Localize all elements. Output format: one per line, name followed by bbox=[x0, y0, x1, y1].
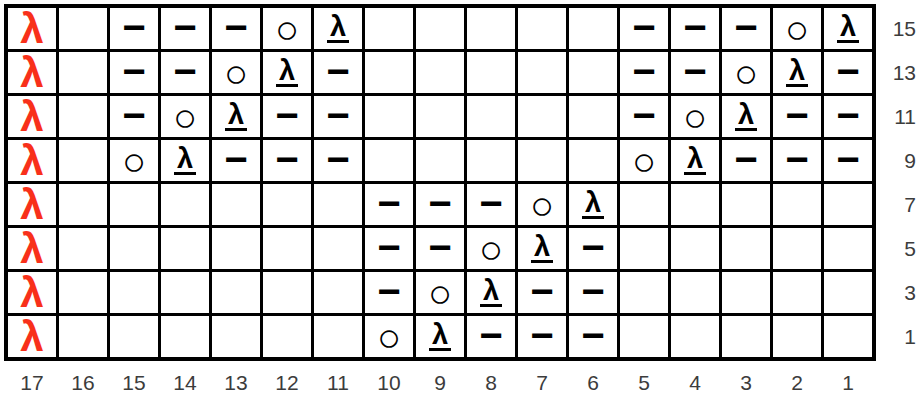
circle-icon: ○ bbox=[428, 273, 452, 313]
cell-row5-col1 bbox=[824, 228, 872, 269]
cell-row1-col14 bbox=[161, 316, 209, 357]
cell-row1-col9: λ bbox=[416, 316, 464, 357]
dash-icon: − bbox=[836, 140, 859, 179]
cell-row1-col12 bbox=[263, 316, 311, 357]
cell-row7-col4 bbox=[671, 184, 719, 225]
dash-icon: − bbox=[275, 96, 298, 135]
cell-row3-col1 bbox=[824, 272, 872, 313]
cell-row15-col12: ○ bbox=[263, 8, 311, 49]
cell-row11-col7 bbox=[518, 96, 566, 137]
cell-row5-col16 bbox=[59, 228, 107, 269]
dash-icon: − bbox=[326, 96, 349, 135]
cell-row9-col11: − bbox=[314, 140, 362, 181]
cell-row13-col2: λ bbox=[773, 52, 821, 93]
column-number-13: 13 bbox=[212, 364, 260, 402]
cell-row7-col8: − bbox=[467, 184, 515, 225]
cell-row7-col14 bbox=[161, 184, 209, 225]
cell-row11-col1: − bbox=[824, 96, 872, 137]
cell-row15-col16 bbox=[59, 8, 107, 49]
cell-row1-col8: − bbox=[467, 316, 515, 357]
underlined-lambda-icon: λ bbox=[735, 102, 757, 131]
cell-row5-col14 bbox=[161, 228, 209, 269]
cell-row9-col1: − bbox=[824, 140, 872, 181]
cell-row1-col7: − bbox=[518, 316, 566, 357]
dash-icon: − bbox=[377, 272, 400, 311]
cell-row13-col14: − bbox=[161, 52, 209, 93]
row-numbers: 15131197531 bbox=[882, 8, 916, 357]
cell-row13-col5: − bbox=[620, 52, 668, 93]
dash-icon: − bbox=[275, 140, 298, 179]
cell-row9-col10 bbox=[365, 140, 413, 181]
dash-icon: − bbox=[530, 272, 553, 311]
circle-icon: ○ bbox=[173, 97, 197, 137]
knitting-chart: λ−−−○λ−−−○λλ−−○λ−−−○λ−λ−○λ−−−○λ−−λ○λ−−−○… bbox=[0, 0, 924, 408]
column-number-17: 17 bbox=[8, 364, 56, 402]
cell-row9-col6 bbox=[569, 140, 617, 181]
cell-row1-col3 bbox=[722, 316, 770, 357]
cell-row3-col11 bbox=[314, 272, 362, 313]
column-number-7: 7 bbox=[518, 364, 566, 402]
cell-row9-col9 bbox=[416, 140, 464, 181]
dash-icon: − bbox=[836, 96, 859, 135]
circle-icon: ○ bbox=[530, 185, 554, 225]
cell-row9-col14: λ bbox=[161, 140, 209, 181]
red-lambda-icon: λ bbox=[20, 54, 43, 92]
cell-row13-col9 bbox=[416, 52, 464, 93]
cell-row1-col10: ○ bbox=[365, 316, 413, 357]
cell-row7-col3 bbox=[722, 184, 770, 225]
cell-row13-col3: ○ bbox=[722, 52, 770, 93]
cell-row7-col1 bbox=[824, 184, 872, 225]
cell-row7-col10: − bbox=[365, 184, 413, 225]
column-number-5: 5 bbox=[620, 364, 668, 402]
cell-row15-col5: − bbox=[620, 8, 668, 49]
cell-row11-col11: − bbox=[314, 96, 362, 137]
cell-row15-col14: − bbox=[161, 8, 209, 49]
dash-icon: − bbox=[632, 52, 655, 91]
dash-icon: − bbox=[581, 316, 604, 355]
column-number-2: 2 bbox=[773, 364, 821, 402]
dash-icon: − bbox=[224, 8, 247, 47]
cell-row7-col7: ○ bbox=[518, 184, 566, 225]
dash-icon: − bbox=[122, 52, 145, 91]
cell-row9-col8 bbox=[467, 140, 515, 181]
cell-row15-col6 bbox=[569, 8, 617, 49]
dash-icon: − bbox=[479, 184, 502, 223]
cell-row11-col6 bbox=[569, 96, 617, 137]
underlined-lambda-icon: λ bbox=[276, 58, 298, 87]
cell-row3-col9: ○ bbox=[416, 272, 464, 313]
cell-row9-col2: − bbox=[773, 140, 821, 181]
underlined-lambda-icon: λ bbox=[531, 234, 553, 263]
red-lambda-icon: λ bbox=[20, 274, 43, 312]
cell-row3-col10: − bbox=[365, 272, 413, 313]
cell-row15-col4: − bbox=[671, 8, 719, 49]
cell-row11-col15: − bbox=[110, 96, 158, 137]
column-number-14: 14 bbox=[161, 364, 209, 402]
dash-icon: − bbox=[581, 228, 604, 267]
cell-row1-col5 bbox=[620, 316, 668, 357]
circle-icon: ○ bbox=[479, 229, 503, 269]
cell-row9-col16 bbox=[59, 140, 107, 181]
dash-icon: − bbox=[428, 184, 451, 223]
cell-row11-col3: λ bbox=[722, 96, 770, 137]
dash-icon: − bbox=[479, 316, 502, 355]
cell-row3-col12 bbox=[263, 272, 311, 313]
cell-row11-col16 bbox=[59, 96, 107, 137]
cell-row1-col2 bbox=[773, 316, 821, 357]
cell-row15-col2: ○ bbox=[773, 8, 821, 49]
cell-row13-col13: ○ bbox=[212, 52, 260, 93]
row-number-13: 13 bbox=[882, 52, 916, 93]
cell-row13-col4: − bbox=[671, 52, 719, 93]
cell-row3-col8: λ bbox=[467, 272, 515, 313]
cell-row15-col10 bbox=[365, 8, 413, 49]
cell-row9-col7 bbox=[518, 140, 566, 181]
dash-icon: − bbox=[224, 140, 247, 179]
cell-row13-col11: − bbox=[314, 52, 362, 93]
circle-icon: ○ bbox=[122, 141, 146, 181]
row-number-9: 9 bbox=[882, 140, 916, 181]
cell-row11-col2: − bbox=[773, 96, 821, 137]
underlined-lambda-icon: λ bbox=[327, 14, 349, 43]
cell-row11-col5: − bbox=[620, 96, 668, 137]
cell-row7-col12 bbox=[263, 184, 311, 225]
cell-row15-col11: λ bbox=[314, 8, 362, 49]
cell-row3-col14 bbox=[161, 272, 209, 313]
circle-icon: ○ bbox=[785, 9, 809, 49]
underlined-lambda-icon: λ bbox=[225, 102, 247, 131]
cell-row1-col6: − bbox=[569, 316, 617, 357]
cell-row5-col11 bbox=[314, 228, 362, 269]
cell-row15-col7 bbox=[518, 8, 566, 49]
cell-row1-col15 bbox=[110, 316, 158, 357]
row-number-11: 11 bbox=[882, 96, 916, 137]
cell-row3-col2 bbox=[773, 272, 821, 313]
circle-icon: ○ bbox=[224, 53, 248, 93]
underlined-lambda-icon: λ bbox=[837, 14, 859, 43]
red-lambda-icon: λ bbox=[20, 142, 43, 180]
dash-icon: − bbox=[734, 140, 757, 179]
cell-row3-col7: − bbox=[518, 272, 566, 313]
cell-row15-col15: − bbox=[110, 8, 158, 49]
cell-row7-col2 bbox=[773, 184, 821, 225]
cell-row11-col17: λ bbox=[8, 96, 56, 137]
red-lambda-icon: λ bbox=[20, 318, 43, 356]
cell-row1-col16 bbox=[59, 316, 107, 357]
red-lambda-icon: λ bbox=[20, 186, 43, 224]
dash-icon: − bbox=[836, 52, 859, 91]
circle-icon: ○ bbox=[275, 9, 299, 49]
cell-row9-col5: ○ bbox=[620, 140, 668, 181]
column-number-12: 12 bbox=[263, 364, 311, 402]
red-lambda-icon: λ bbox=[20, 230, 43, 268]
cell-row15-col8 bbox=[467, 8, 515, 49]
cell-row5-col8: ○ bbox=[467, 228, 515, 269]
cell-row15-col17: λ bbox=[8, 8, 56, 49]
row-number-7: 7 bbox=[882, 184, 916, 225]
cell-row5-col7: λ bbox=[518, 228, 566, 269]
underlined-lambda-icon: λ bbox=[582, 190, 604, 219]
dash-icon: − bbox=[428, 228, 451, 267]
cell-row13-col1: − bbox=[824, 52, 872, 93]
dash-icon: − bbox=[122, 8, 145, 47]
cell-row11-col4: ○ bbox=[671, 96, 719, 137]
dash-icon: − bbox=[326, 52, 349, 91]
cell-row7-col13 bbox=[212, 184, 260, 225]
column-number-11: 11 bbox=[314, 364, 362, 402]
chart-grid: λ−−−○λ−−−○λλ−−○λ−−−○λ−λ−○λ−−−○λ−−λ○λ−−−○… bbox=[4, 4, 876, 361]
dash-icon: − bbox=[785, 140, 808, 179]
red-lambda-icon: λ bbox=[20, 98, 43, 136]
cell-row5-col3 bbox=[722, 228, 770, 269]
underlined-lambda-icon: λ bbox=[786, 58, 808, 87]
circle-icon: ○ bbox=[683, 97, 707, 137]
cell-row13-col8 bbox=[467, 52, 515, 93]
dash-icon: − bbox=[122, 96, 145, 135]
cell-row7-col5 bbox=[620, 184, 668, 225]
circle-icon: ○ bbox=[632, 141, 656, 181]
cell-row7-col17: λ bbox=[8, 184, 56, 225]
cell-row5-col5 bbox=[620, 228, 668, 269]
dash-icon: − bbox=[581, 272, 604, 311]
underlined-lambda-icon: λ bbox=[480, 278, 502, 307]
cell-row13-col15: − bbox=[110, 52, 158, 93]
dash-icon: − bbox=[173, 8, 196, 47]
cell-row1-col11 bbox=[314, 316, 362, 357]
cell-row9-col12: − bbox=[263, 140, 311, 181]
cell-row3-col4 bbox=[671, 272, 719, 313]
row-number-1: 1 bbox=[882, 316, 916, 357]
underlined-lambda-icon: λ bbox=[174, 146, 196, 175]
cell-row15-col3: − bbox=[722, 8, 770, 49]
column-number-3: 3 bbox=[722, 364, 770, 402]
row-number-15: 15 bbox=[882, 8, 916, 49]
cell-row9-col17: λ bbox=[8, 140, 56, 181]
cell-row1-col17: λ bbox=[8, 316, 56, 357]
cell-row13-col17: λ bbox=[8, 52, 56, 93]
cell-row15-col13: − bbox=[212, 8, 260, 49]
cell-row13-col6 bbox=[569, 52, 617, 93]
cell-row1-col13 bbox=[212, 316, 260, 357]
cell-row7-col16 bbox=[59, 184, 107, 225]
cell-row15-col1: λ bbox=[824, 8, 872, 49]
column-number-9: 9 bbox=[416, 364, 464, 402]
cell-row1-col4 bbox=[671, 316, 719, 357]
cell-row7-col15 bbox=[110, 184, 158, 225]
cell-row5-col10: − bbox=[365, 228, 413, 269]
dash-icon: − bbox=[173, 52, 196, 91]
column-numbers: 1716151413121110987654321 bbox=[8, 364, 872, 402]
cell-row5-col9: − bbox=[416, 228, 464, 269]
cell-row9-col4: λ bbox=[671, 140, 719, 181]
column-number-16: 16 bbox=[59, 364, 107, 402]
column-number-6: 6 bbox=[569, 364, 617, 402]
cell-row1-col1 bbox=[824, 316, 872, 357]
cell-row3-col15 bbox=[110, 272, 158, 313]
cell-row3-col6: − bbox=[569, 272, 617, 313]
underlined-lambda-icon: λ bbox=[684, 146, 706, 175]
row-number-3: 3 bbox=[882, 272, 916, 313]
column-number-1: 1 bbox=[824, 364, 872, 402]
cell-row15-col9 bbox=[416, 8, 464, 49]
cell-row5-col13 bbox=[212, 228, 260, 269]
dash-icon: − bbox=[326, 140, 349, 179]
row-number-5: 5 bbox=[882, 228, 916, 269]
column-number-8: 8 bbox=[467, 364, 515, 402]
cell-row13-col10 bbox=[365, 52, 413, 93]
cell-row5-col4 bbox=[671, 228, 719, 269]
cell-row3-col3 bbox=[722, 272, 770, 313]
cell-row7-col11 bbox=[314, 184, 362, 225]
dash-icon: − bbox=[377, 184, 400, 223]
cell-row5-col17: λ bbox=[8, 228, 56, 269]
cell-row11-col8 bbox=[467, 96, 515, 137]
underlined-lambda-icon: λ bbox=[429, 322, 451, 351]
cell-row5-col6: − bbox=[569, 228, 617, 269]
dash-icon: − bbox=[377, 228, 400, 267]
cell-row3-col17: λ bbox=[8, 272, 56, 313]
cell-row13-col16 bbox=[59, 52, 107, 93]
dash-icon: − bbox=[632, 8, 655, 47]
red-lambda-icon: λ bbox=[20, 10, 43, 48]
circle-icon: ○ bbox=[734, 53, 758, 93]
dash-icon: − bbox=[530, 316, 553, 355]
cell-row13-col7 bbox=[518, 52, 566, 93]
dash-icon: − bbox=[632, 96, 655, 135]
dash-icon: − bbox=[683, 52, 706, 91]
cell-row7-col9: − bbox=[416, 184, 464, 225]
column-number-4: 4 bbox=[671, 364, 719, 402]
circle-icon: ○ bbox=[377, 317, 401, 357]
cell-row3-col16 bbox=[59, 272, 107, 313]
cell-row11-col14: ○ bbox=[161, 96, 209, 137]
cell-row5-col2 bbox=[773, 228, 821, 269]
cell-row11-col12: − bbox=[263, 96, 311, 137]
dash-icon: − bbox=[734, 8, 757, 47]
cell-row13-col12: λ bbox=[263, 52, 311, 93]
cell-row5-col12 bbox=[263, 228, 311, 269]
cell-row9-col13: − bbox=[212, 140, 260, 181]
cell-row9-col3: − bbox=[722, 140, 770, 181]
cell-row3-col13 bbox=[212, 272, 260, 313]
cell-row11-col10 bbox=[365, 96, 413, 137]
cell-row7-col6: λ bbox=[569, 184, 617, 225]
cell-row3-col5 bbox=[620, 272, 668, 313]
cell-row11-col13: λ bbox=[212, 96, 260, 137]
column-number-15: 15 bbox=[110, 364, 158, 402]
dash-icon: − bbox=[785, 96, 808, 135]
cell-row11-col9 bbox=[416, 96, 464, 137]
cell-row5-col15 bbox=[110, 228, 158, 269]
cell-row9-col15: ○ bbox=[110, 140, 158, 181]
column-number-10: 10 bbox=[365, 364, 413, 402]
dash-icon: − bbox=[683, 8, 706, 47]
